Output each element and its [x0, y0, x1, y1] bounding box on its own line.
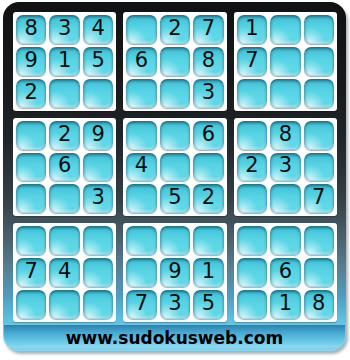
cell-digit: 3 [91, 187, 104, 208]
cell-r8c9[interactable] [304, 258, 334, 287]
cell-digit: 9 [25, 50, 38, 71]
cell-r6c9[interactable]: 7 [304, 184, 334, 213]
box-1-1: 8349152 [13, 12, 116, 111]
box-3-1: 74 [13, 223, 116, 322]
cell-r9c2[interactable] [49, 290, 79, 319]
cell-r5c6[interactable] [193, 153, 223, 182]
cell-r7c9[interactable] [304, 226, 334, 255]
cell-r5c7[interactable]: 2 [237, 153, 267, 182]
cell-r6c1[interactable] [16, 184, 46, 213]
cell-r9c6[interactable]: 5 [193, 290, 223, 319]
cell-r9c7[interactable] [237, 290, 267, 319]
cell-r7c1[interactable] [16, 226, 46, 255]
cell-digit: 1 [202, 261, 215, 282]
cell-r6c3[interactable]: 3 [83, 184, 113, 213]
cell-r8c2[interactable]: 4 [49, 258, 79, 287]
cell-digit: 5 [91, 50, 104, 71]
cell-digit: 6 [202, 124, 215, 145]
cell-r5c3[interactable] [83, 153, 113, 182]
cell-r7c3[interactable] [83, 226, 113, 255]
cell-r3c5[interactable] [160, 79, 190, 108]
cell-digit: 6 [135, 50, 148, 71]
cell-r5c9[interactable] [304, 153, 334, 182]
cell-r6c2[interactable] [49, 184, 79, 213]
cell-digit: 3 [58, 18, 71, 39]
cell-digit: 7 [312, 187, 325, 208]
cell-digit: 2 [202, 187, 215, 208]
cell-r1c8[interactable] [270, 15, 300, 44]
cell-r8c4[interactable] [126, 258, 156, 287]
cell-r1c1[interactable]: 8 [16, 15, 46, 44]
cell-r9c9[interactable]: 8 [304, 290, 334, 319]
cell-r3c9[interactable] [304, 79, 334, 108]
cell-r4c7[interactable] [237, 121, 267, 150]
cell-r6c4[interactable] [126, 184, 156, 213]
cell-digit: 4 [58, 261, 71, 282]
cell-digit: 9 [91, 124, 104, 145]
cell-digit: 7 [135, 293, 148, 314]
cell-r3c1[interactable]: 2 [16, 79, 46, 108]
cell-r1c3[interactable]: 4 [83, 15, 113, 44]
cell-digit: 3 [168, 293, 181, 314]
cell-digit: 9 [168, 261, 181, 282]
cell-r7c5[interactable] [160, 226, 190, 255]
cell-r8c7[interactable] [237, 258, 267, 287]
cell-r9c5[interactable]: 3 [160, 290, 190, 319]
cell-r9c4[interactable]: 7 [126, 290, 156, 319]
box-1-3: 17 [234, 12, 337, 111]
box-1-2: 27683 [123, 12, 226, 111]
cell-r4c3[interactable]: 9 [83, 121, 113, 150]
footer-band: www.sudokusweb.com [4, 325, 345, 350]
cell-r4c4[interactable] [126, 121, 156, 150]
box-3-2: 91735 [123, 223, 226, 322]
sudoku-frame: 834915227683172963645282377491735618 www… [3, 2, 346, 351]
cell-digit: 6 [58, 155, 71, 176]
cell-r8c3[interactable] [83, 258, 113, 287]
cell-digit: 1 [58, 50, 71, 71]
cell-digit: 4 [91, 18, 104, 39]
cell-r3c2[interactable] [49, 79, 79, 108]
cell-digit: 8 [202, 50, 215, 71]
cell-r6c8[interactable] [270, 184, 300, 213]
cell-r5c4[interactable]: 4 [126, 153, 156, 182]
cell-r1c6[interactable]: 7 [193, 15, 223, 44]
cell-r4c5[interactable] [160, 121, 190, 150]
cell-r8c5[interactable]: 9 [160, 258, 190, 287]
cell-r7c2[interactable] [49, 226, 79, 255]
box-2-2: 6452 [123, 118, 226, 217]
cell-r5c2[interactable]: 6 [49, 153, 79, 182]
cell-r7c8[interactable] [270, 226, 300, 255]
cell-digit: 8 [25, 18, 38, 39]
cell-digit: 6 [279, 261, 292, 282]
cell-r2c2[interactable]: 1 [49, 47, 79, 76]
cell-digit: 3 [202, 82, 215, 103]
cell-digit: 1 [245, 18, 258, 39]
cell-r3c7[interactable] [237, 79, 267, 108]
cell-r8c6[interactable]: 1 [193, 258, 223, 287]
cell-r9c1[interactable] [16, 290, 46, 319]
cell-r8c1[interactable]: 7 [16, 258, 46, 287]
cell-r5c8[interactable]: 3 [270, 153, 300, 182]
cell-r3c6[interactable]: 3 [193, 79, 223, 108]
cell-r3c4[interactable] [126, 79, 156, 108]
cell-digit: 4 [135, 155, 148, 176]
page: { "game": { "type": "sudoku", "size": "9… [0, 0, 350, 360]
cell-r9c3[interactable] [83, 290, 113, 319]
cell-digit: 2 [58, 124, 71, 145]
cell-r5c5[interactable] [160, 153, 190, 182]
sudoku-board: 834915227683172963645282377491735618 [3, 2, 346, 325]
cell-r1c9[interactable] [304, 15, 334, 44]
cell-digit: 2 [25, 82, 38, 103]
cell-r4c6[interactable]: 6 [193, 121, 223, 150]
cell-r7c6[interactable] [193, 226, 223, 255]
cell-r6c5[interactable]: 5 [160, 184, 190, 213]
box-2-3: 8237 [234, 118, 337, 217]
cell-r1c4[interactable] [126, 15, 156, 44]
cell-r2c8[interactable] [270, 47, 300, 76]
cell-r7c7[interactable] [237, 226, 267, 255]
cell-r3c3[interactable] [83, 79, 113, 108]
box-3-3: 618 [234, 223, 337, 322]
cell-r8c8[interactable]: 6 [270, 258, 300, 287]
cell-digit: 2 [245, 155, 258, 176]
cell-r4c2[interactable]: 2 [49, 121, 79, 150]
cell-digit: 5 [168, 187, 181, 208]
cell-digit: 3 [279, 155, 292, 176]
cell-digit: 7 [202, 18, 215, 39]
cell-r4c1[interactable] [16, 121, 46, 150]
website-url: www.sudokusweb.com [66, 328, 283, 348]
cell-digit: 7 [25, 261, 38, 282]
cell-r4c9[interactable] [304, 121, 334, 150]
cell-digit: 2 [168, 18, 181, 39]
cell-r1c7[interactable]: 1 [237, 15, 267, 44]
cell-r2c9[interactable] [304, 47, 334, 76]
cell-r6c7[interactable] [237, 184, 267, 213]
cell-r2c3[interactable]: 5 [83, 47, 113, 76]
cell-r3c8[interactable] [270, 79, 300, 108]
cell-r4c8[interactable]: 8 [270, 121, 300, 150]
cell-r2c5[interactable] [160, 47, 190, 76]
box-2-1: 2963 [13, 118, 116, 217]
cell-r2c4[interactable]: 6 [126, 47, 156, 76]
cell-r2c7[interactable]: 7 [237, 47, 267, 76]
cell-r5c1[interactable] [16, 153, 46, 182]
cell-r1c2[interactable]: 3 [49, 15, 79, 44]
cell-r9c8[interactable]: 1 [270, 290, 300, 319]
cell-digit: 1 [279, 293, 292, 314]
cell-r1c5[interactable]: 2 [160, 15, 190, 44]
cell-r2c1[interactable]: 9 [16, 47, 46, 76]
cell-r7c4[interactable] [126, 226, 156, 255]
cell-digit: 8 [312, 293, 325, 314]
cell-r6c6[interactable]: 2 [193, 184, 223, 213]
cell-r2c6[interactable]: 8 [193, 47, 223, 76]
cell-digit: 7 [245, 50, 258, 71]
cell-digit: 5 [202, 293, 215, 314]
cell-digit: 8 [279, 124, 292, 145]
